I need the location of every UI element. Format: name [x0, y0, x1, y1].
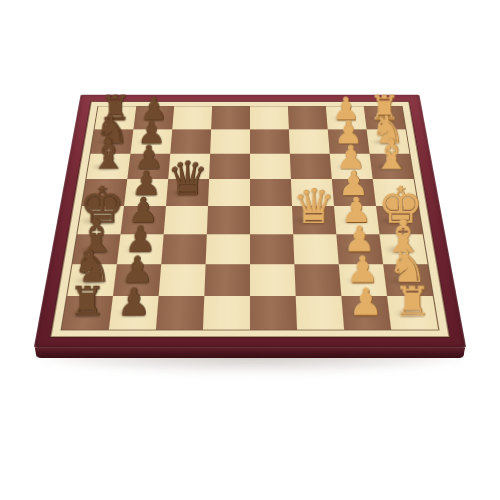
square-c3: [290, 154, 332, 179]
square-a1: [364, 106, 406, 129]
square-a2: [326, 106, 367, 129]
chess-board: ♜♞♝♚♝♞♜♟♟♟♟♟♟♟♟♛♛♟♟♟♟♟♟♟♟♜♞♝♚♝♞♜: [34, 95, 467, 348]
piece-black-pawn-h7: ♟: [111, 283, 157, 321]
square-a8: [95, 106, 137, 129]
square-a7: [133, 106, 174, 129]
square-a3: [288, 106, 328, 129]
square-b1: [367, 129, 410, 153]
chess-set-photo: ♜♞♝♚♝♞♜♟♟♟♟♟♟♟♟♛♛♟♟♟♟♟♟♟♟♜♞♝♚♝♞♜: [0, 0, 500, 500]
square-c7: [127, 154, 170, 179]
square-c2: [330, 154, 373, 179]
square-c5: [209, 154, 250, 179]
piece-white-pawn-h2: ♟: [343, 283, 389, 321]
square-a5: [211, 106, 250, 129]
square-b6: [170, 129, 211, 153]
square-b2: [328, 129, 370, 153]
square-b8: [91, 129, 134, 153]
square-b7: [130, 129, 172, 153]
square-a4: [250, 106, 289, 129]
square-a6: [172, 106, 212, 129]
square-c4: [250, 154, 291, 179]
square-d5: [208, 179, 250, 206]
square-b4: [250, 129, 290, 153]
square-b3: [289, 129, 330, 153]
square-c6: [168, 154, 210, 179]
board-side-edge: [35, 348, 465, 358]
square-b5: [210, 129, 250, 153]
perspective-stage: ♜♞♝♚♝♞♜♟♟♟♟♟♟♟♟♛♛♟♟♟♟♟♟♟♟♜♞♝♚♝♞♜: [0, 0, 500, 500]
square-d4: [250, 179, 292, 206]
square-d6: [166, 179, 209, 206]
